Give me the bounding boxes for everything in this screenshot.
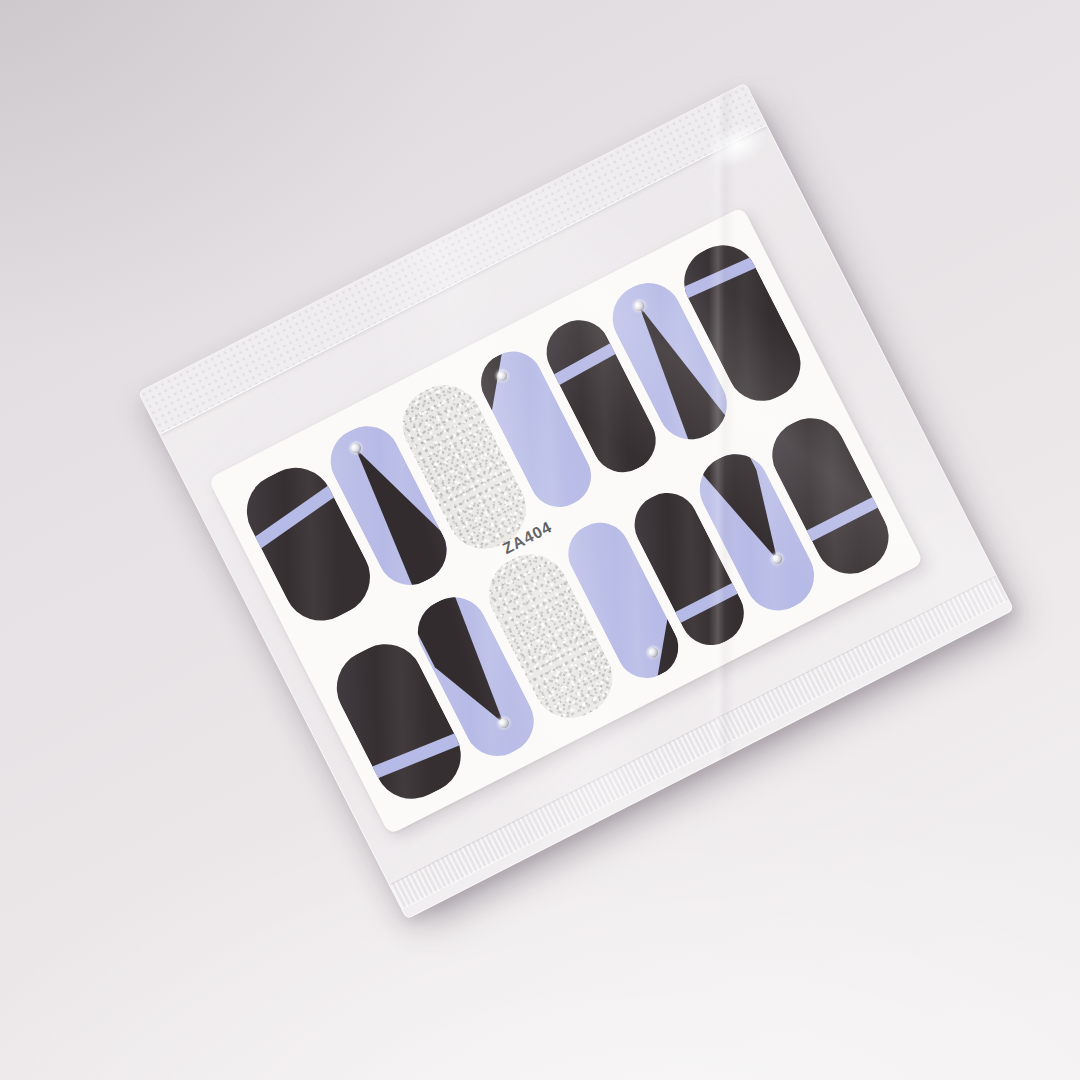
plastic-sleeve: ZA404 <box>138 82 1014 919</box>
sleeve-shine-overlay <box>139 84 1013 918</box>
photo-background: ZA404 <box>0 0 1080 1080</box>
